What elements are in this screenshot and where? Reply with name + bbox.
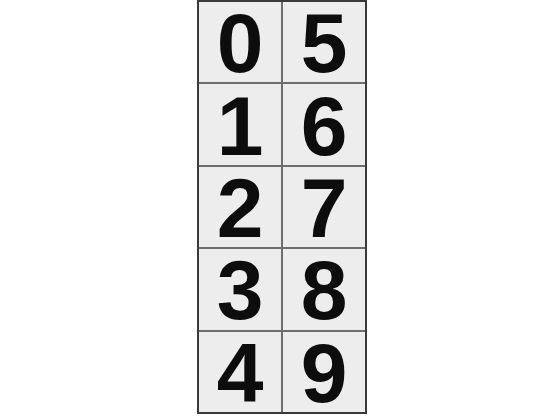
digit-5: 5 (301, 2, 348, 82)
cell-r1c0: 1 (199, 84, 281, 164)
cell-r2c1: 7 (283, 167, 365, 247)
digit-7: 7 (301, 167, 348, 247)
digit-2: 2 (217, 167, 264, 247)
cell-r3c1: 8 (283, 249, 365, 329)
digit-6: 6 (301, 84, 348, 164)
cell-r3c0: 3 (199, 249, 281, 329)
digit-3: 3 (217, 249, 264, 329)
cell-r0c1: 5 (283, 2, 365, 82)
cell-r4c0: 4 (199, 332, 281, 412)
cell-r4c1: 9 (283, 332, 365, 412)
cell-r2c0: 2 (199, 167, 281, 247)
cell-r1c1: 6 (283, 84, 365, 164)
digit-0: 0 (217, 2, 264, 82)
digit-1: 1 (217, 84, 264, 164)
digit-4: 4 (217, 332, 264, 412)
digit-8: 8 (301, 249, 348, 329)
digit-9: 9 (301, 332, 348, 412)
cell-r0c0: 0 (199, 2, 281, 82)
page: 0 5 1 6 2 7 3 8 4 9 (0, 0, 560, 420)
digit-grid-board: 0 5 1 6 2 7 3 8 4 9 (197, 0, 367, 414)
